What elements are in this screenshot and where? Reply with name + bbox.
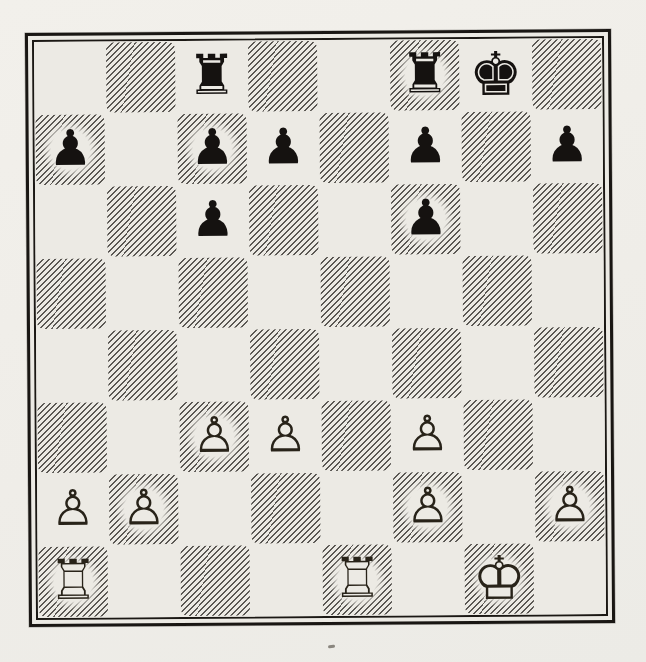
square-f8: ♜ (389, 39, 461, 111)
dark-square-hatching (322, 401, 391, 471)
square-b2: ♙ (108, 473, 180, 545)
dark-square-hatching (319, 113, 388, 183)
black-rook-c8: ♜ (176, 41, 248, 113)
square-a2: ♙ (37, 473, 109, 545)
square-e7 (318, 112, 390, 184)
black-rook-f8: ♜ (389, 39, 461, 111)
dark-square-hatching (249, 185, 318, 255)
square-a5 (36, 257, 108, 329)
square-e6 (319, 184, 391, 256)
dark-square-hatching (463, 256, 532, 326)
dark-square-hatching (38, 402, 107, 472)
white-pawn-f2: ♙ (392, 471, 464, 543)
white-pawn-b2: ♙ (108, 473, 180, 545)
dark-square-hatching (108, 330, 177, 400)
square-b1 (109, 545, 181, 617)
square-g6 (461, 183, 533, 255)
square-g7 (460, 111, 532, 183)
square-h5 (532, 254, 604, 326)
dark-square-hatching (464, 400, 533, 470)
black-pawn-h7: ♟ (531, 110, 603, 182)
square-a7: ♟ (34, 113, 106, 185)
chess-board-inner-border: ♜♜♚♟♟♟♟♟♟♟♙♙♙♙♙♙♙♖♖♔ (32, 36, 608, 620)
square-c7: ♟ (176, 113, 248, 185)
square-f4 (391, 327, 463, 399)
dark-square-hatching (106, 42, 175, 112)
square-b7 (105, 113, 177, 185)
square-g3 (462, 399, 534, 471)
square-g4 (462, 327, 534, 399)
square-f6: ♟ (390, 183, 462, 255)
black-pawn-f6: ♟ (390, 183, 462, 255)
square-g1: ♔ (464, 543, 536, 615)
square-e5 (319, 256, 391, 328)
dark-square-hatching (321, 257, 390, 327)
square-e3 (321, 400, 393, 472)
square-d5 (248, 256, 320, 328)
chess-board-grid: ♜♜♚♟♟♟♟♟♟♟♙♙♙♙♙♙♙♖♖♔ (34, 38, 606, 618)
square-e8 (318, 40, 390, 112)
square-h2: ♙ (534, 470, 606, 542)
dark-square-hatching (534, 327, 603, 397)
dark-square-hatching (533, 183, 602, 253)
black-pawn-c6: ♟ (177, 184, 249, 256)
white-rook-e1: ♖ (322, 543, 394, 615)
square-d4 (249, 328, 321, 400)
white-pawn-a2: ♙ (37, 473, 109, 545)
square-e4 (320, 328, 392, 400)
square-f5 (390, 255, 462, 327)
square-c8: ♜ (176, 41, 248, 113)
square-c1 (180, 544, 252, 616)
square-d3: ♙ (250, 400, 322, 472)
dark-square-hatching (181, 545, 250, 615)
square-b4 (107, 329, 179, 401)
square-h4 (533, 326, 605, 398)
square-b3 (108, 401, 180, 473)
white-pawn-d3: ♙ (250, 400, 322, 472)
print-speck (328, 645, 335, 648)
black-pawn-d7: ♟ (247, 112, 319, 184)
white-pawn-f3: ♙ (392, 399, 464, 471)
scanned-page: ♜♜♚♟♟♟♟♟♟♟♙♙♙♙♙♙♙♖♖♔ (0, 0, 646, 662)
white-pawn-h2: ♙ (534, 470, 606, 542)
dark-square-hatching (248, 41, 317, 111)
square-f1 (393, 543, 465, 615)
square-g8: ♚ (460, 39, 532, 111)
square-c3: ♙ (179, 400, 251, 472)
square-h8 (531, 38, 603, 110)
square-f2: ♙ (392, 471, 464, 543)
dark-square-hatching (251, 473, 320, 543)
black-pawn-c7: ♟ (176, 113, 248, 185)
square-b6 (106, 185, 178, 257)
dark-square-hatching (250, 329, 319, 399)
square-c2 (179, 472, 251, 544)
square-a4 (36, 329, 108, 401)
black-pawn-a7: ♟ (34, 113, 106, 185)
white-rook-a1: ♖ (38, 545, 110, 617)
white-king-g1: ♔ (464, 543, 536, 615)
square-d7: ♟ (247, 112, 319, 184)
black-king-g8: ♚ (460, 39, 532, 111)
square-d2 (250, 472, 322, 544)
square-f7: ♟ (389, 111, 461, 183)
dark-square-hatching (392, 328, 461, 398)
square-h1 (535, 542, 607, 614)
square-c4 (178, 328, 250, 400)
square-a6 (35, 185, 107, 257)
square-h7: ♟ (531, 110, 603, 182)
white-pawn-c3: ♙ (179, 400, 251, 472)
square-b5 (107, 257, 179, 329)
square-f3: ♙ (392, 399, 464, 471)
square-a8 (34, 41, 106, 113)
square-e2 (321, 472, 393, 544)
dark-square-hatching (107, 186, 176, 256)
dark-square-hatching (179, 258, 248, 328)
dark-square-hatching (461, 112, 530, 182)
square-g5 (461, 255, 533, 327)
square-h6 (532, 182, 604, 254)
square-a3 (37, 401, 109, 473)
square-c5 (178, 256, 250, 328)
square-d8 (247, 40, 319, 112)
chess-board-frame: ♜♜♚♟♟♟♟♟♟♟♙♙♙♙♙♙♙♖♖♔ (25, 29, 615, 627)
square-g2 (463, 471, 535, 543)
square-e1: ♖ (322, 543, 394, 615)
square-a1: ♖ (38, 545, 110, 617)
square-d1 (251, 544, 323, 616)
square-h3 (533, 398, 605, 470)
square-c6: ♟ (177, 184, 249, 256)
black-pawn-f7: ♟ (389, 111, 461, 183)
dark-square-hatching (37, 258, 106, 328)
square-b8 (105, 41, 177, 113)
dark-square-hatching (532, 39, 601, 109)
square-d6 (248, 184, 320, 256)
